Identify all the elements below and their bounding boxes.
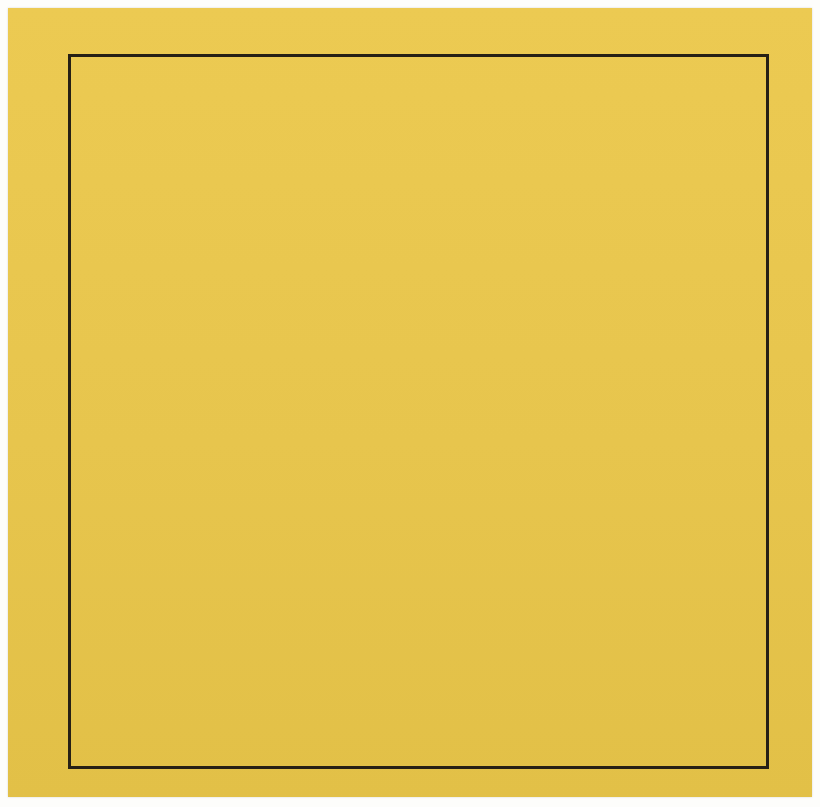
go-board[interactable] [8,8,812,797]
board-grid[interactable] [68,54,769,769]
column-labels [71,8,766,54]
row-labels [8,57,68,766]
